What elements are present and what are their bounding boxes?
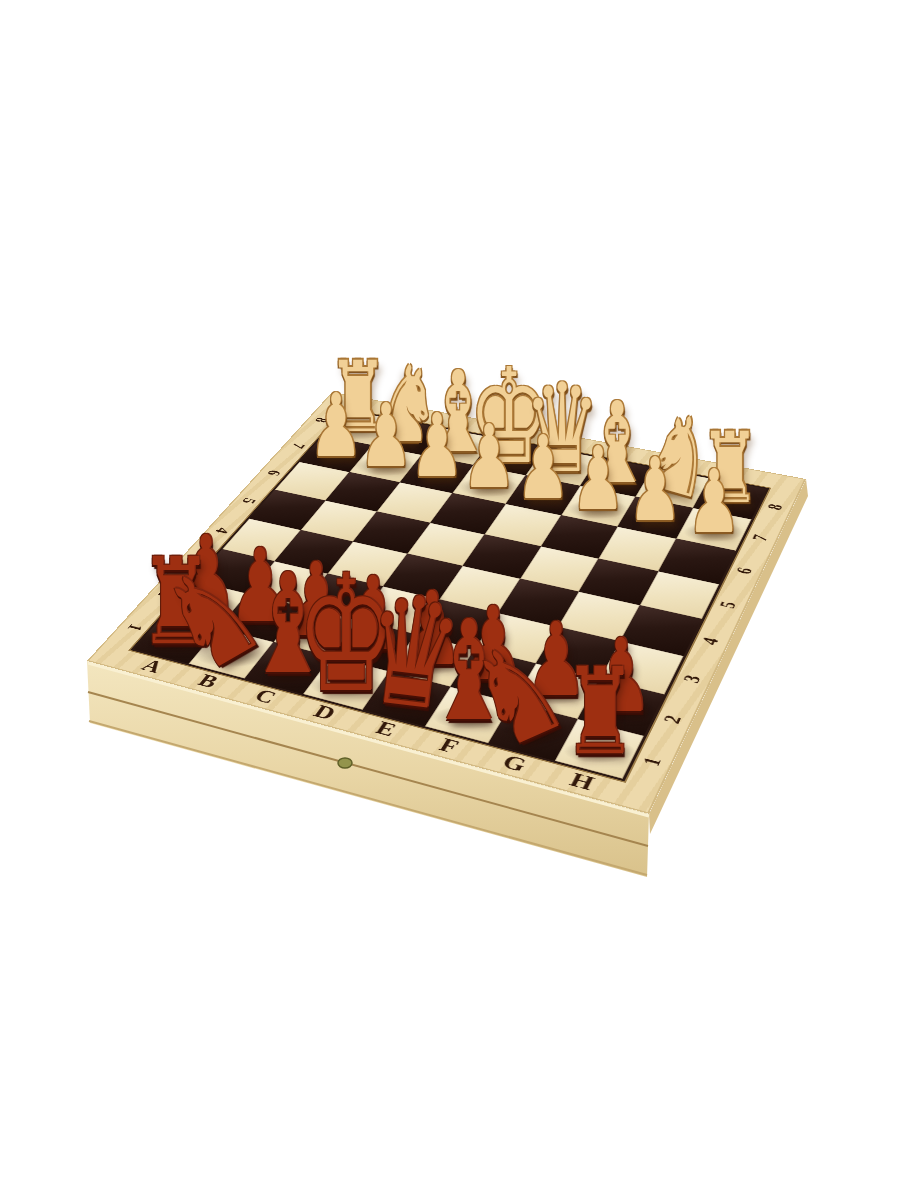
pawn-glyph: ♟ [571,436,625,524]
pawn-glyph: ♟ [628,447,682,535]
rook-glyph: ♜ [562,652,636,772]
piece-black-rook[interactable]: ♜ [555,669,643,767]
piece-white-pawn[interactable]: ♟ [682,471,746,543]
pawn-glyph: ♟ [687,459,741,547]
piece-layer: ♜♞♝♚♛♝♞♜♟♟♟♟♟♟♟♟♟♟♟♟♟♟♟♟♜♞♝♚♛♝♞♜ [0,0,900,1200]
pawn-glyph: ♟ [462,414,516,502]
piece-white-pawn[interactable]: ♟ [623,460,687,532]
piece-white-pawn[interactable]: ♟ [566,448,630,520]
pawn-glyph: ♟ [516,425,570,513]
product-photo: ABCDEFGH1122334455667788 ♜♞♝♚♛♝♞♜♟♟♟♟♟♟♟… [0,0,900,1200]
pawn-glyph: ♟ [410,403,464,491]
